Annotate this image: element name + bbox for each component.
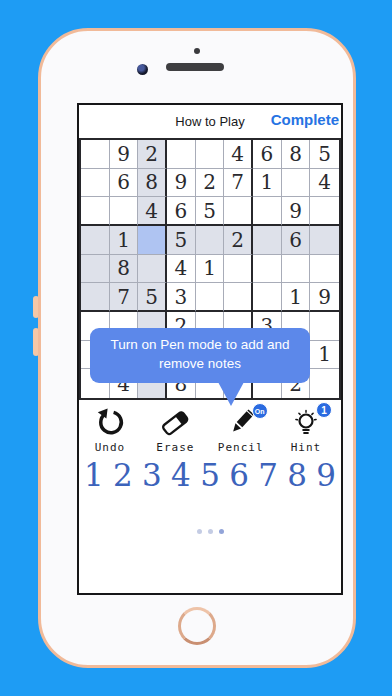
sudoku-cell[interactable]: 5 <box>167 226 196 255</box>
sudoku-cell[interactable]: 5 <box>196 197 225 226</box>
sudoku-cell[interactable]: 4 <box>167 255 196 284</box>
sudoku-cell[interactable] <box>310 255 339 284</box>
sudoku-cell[interactable] <box>81 197 110 226</box>
hint-button[interactable]: 1 Hint <box>275 408 337 454</box>
page-dot[interactable] <box>197 529 202 534</box>
sensor-dot-icon <box>194 48 200 54</box>
complete-button[interactable]: Complete <box>271 111 339 128</box>
sudoku-cell[interactable]: 1 <box>196 255 225 284</box>
sudoku-cell[interactable] <box>196 283 225 312</box>
front-camera-icon <box>137 64 148 75</box>
sudoku-cell[interactable]: 7 <box>224 169 253 198</box>
sudoku-cell[interactable] <box>253 255 282 284</box>
sudoku-cell[interactable] <box>81 255 110 284</box>
sudoku-cell[interactable] <box>81 140 110 169</box>
sudoku-cell[interactable] <box>224 255 253 284</box>
number-3-button[interactable]: 3 <box>142 457 162 493</box>
phone-frame: How to Play Complete 9246856892714465915… <box>38 28 356 668</box>
screen-header: How to Play Complete <box>79 105 341 138</box>
pen-mode-tooltip: Turn on Pen mode to add and remove notes <box>90 328 310 383</box>
sudoku-cell[interactable]: 8 <box>110 255 139 284</box>
number-8-button[interactable]: 8 <box>287 457 307 493</box>
pencil-icon: On <box>226 408 256 438</box>
sudoku-cell[interactable]: 1 <box>282 283 311 312</box>
app-background: How to Play Complete 9246856892714465915… <box>0 0 392 696</box>
page-dot[interactable] <box>219 529 224 534</box>
sudoku-cell[interactable]: 3 <box>167 283 196 312</box>
page-dot[interactable] <box>208 529 213 534</box>
phone-screen: How to Play Complete 9246856892714465915… <box>77 103 343 595</box>
sudoku-cell[interactable]: 9 <box>167 169 196 198</box>
erase-label: Erase <box>156 441 194 454</box>
sudoku-cell[interactable] <box>310 226 339 255</box>
sudoku-cell[interactable]: 2 <box>224 226 253 255</box>
sudoku-cell[interactable] <box>224 283 253 312</box>
sudoku-cell[interactable]: 5 <box>310 140 339 169</box>
sudoku-cell[interactable]: 1 <box>110 226 139 255</box>
sudoku-cell[interactable]: 2 <box>138 140 167 169</box>
page-dots <box>79 529 341 534</box>
sudoku-cell[interactable]: 8 <box>138 169 167 198</box>
eraser-icon <box>160 408 190 438</box>
undo-icon <box>95 408 125 438</box>
number-9-button[interactable]: 9 <box>316 457 336 493</box>
number-1-button[interactable]: 1 <box>84 457 104 493</box>
sudoku-cell[interactable] <box>224 197 253 226</box>
sudoku-cell[interactable]: 6 <box>167 197 196 226</box>
sudoku-cell[interactable] <box>138 226 167 255</box>
number-7-button[interactable]: 7 <box>258 457 278 493</box>
sudoku-cell[interactable] <box>138 255 167 284</box>
number-2-button[interactable]: 2 <box>113 457 133 493</box>
sudoku-cell[interactable]: 6 <box>253 140 282 169</box>
number-pad: 123456789 <box>79 457 341 493</box>
number-4-button[interactable]: 4 <box>171 457 191 493</box>
sudoku-cell[interactable] <box>310 369 339 398</box>
undo-button[interactable]: Undo <box>79 408 141 454</box>
sudoku-cell[interactable]: 7 <box>110 283 139 312</box>
pencil-on-badge: On <box>252 403 268 419</box>
sudoku-cell[interactable]: 5 <box>138 283 167 312</box>
sudoku-cell[interactable] <box>81 226 110 255</box>
sudoku-cell[interactable]: 1 <box>253 169 282 198</box>
lightbulb-icon: 1 <box>291 408 321 438</box>
sudoku-cell[interactable]: 9 <box>310 283 339 312</box>
sudoku-cell[interactable]: 4 <box>138 197 167 226</box>
number-6-button[interactable]: 6 <box>229 457 249 493</box>
hint-count-badge: 1 <box>316 402 332 418</box>
tooltip-text: Turn on Pen mode to add and remove notes <box>111 337 290 371</box>
toolbar: Undo Erase <box>79 408 341 454</box>
pencil-button[interactable]: On Pencil <box>210 408 272 454</box>
sudoku-cell[interactable] <box>310 312 339 341</box>
sudoku-cell[interactable]: 6 <box>282 226 311 255</box>
undo-label: Undo <box>95 441 126 454</box>
sudoku-cell[interactable]: 6 <box>110 169 139 198</box>
sudoku-cell[interactable] <box>310 197 339 226</box>
sudoku-cell[interactable]: 9 <box>282 197 311 226</box>
sudoku-cell[interactable] <box>253 283 282 312</box>
sudoku-cell[interactable]: 9 <box>110 140 139 169</box>
sudoku-cell[interactable]: 4 <box>224 140 253 169</box>
hint-label: Hint <box>291 441 322 454</box>
sudoku-cell[interactable] <box>81 283 110 312</box>
sudoku-cell[interactable] <box>81 169 110 198</box>
tooltip-arrow <box>218 382 244 406</box>
sudoku-cell[interactable] <box>110 197 139 226</box>
sudoku-cell[interactable]: 8 <box>282 140 311 169</box>
sudoku-cell[interactable] <box>167 140 196 169</box>
earpiece-speaker <box>166 63 224 71</box>
sudoku-cell[interactable]: 4 <box>310 169 339 198</box>
sudoku-cell[interactable] <box>196 140 225 169</box>
pencil-label: Pencil <box>218 441 264 454</box>
sudoku-cell[interactable] <box>253 226 282 255</box>
number-5-button[interactable]: 5 <box>200 457 220 493</box>
sudoku-cell[interactable] <box>282 255 311 284</box>
sudoku-cell[interactable] <box>282 169 311 198</box>
sudoku-cell[interactable] <box>253 197 282 226</box>
erase-button[interactable]: Erase <box>144 408 206 454</box>
sudoku-cell[interactable]: 1 <box>310 341 339 370</box>
home-button[interactable] <box>178 607 216 645</box>
sudoku-cell[interactable]: 2 <box>196 169 225 198</box>
sudoku-cell[interactable] <box>196 226 225 255</box>
